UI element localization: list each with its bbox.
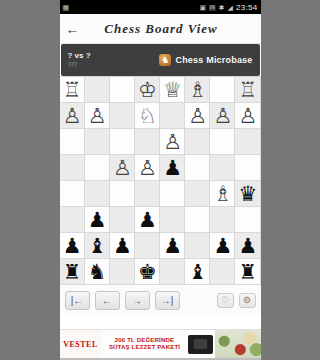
square-d1[interactable]: ♕ [160, 77, 185, 103]
square-b8[interactable] [210, 259, 235, 285]
ad-banner[interactable]: VESTEL 200 TL DEĞERİNDE SÜTAŞ LEZZET PAK… [60, 329, 261, 358]
square-b1[interactable] [210, 77, 235, 103]
piece-wP: ♙ [138, 155, 157, 181]
piece-wB: ♗ [188, 77, 207, 103]
square-f3[interactable] [110, 129, 135, 155]
square-f7[interactable]: ♟ [110, 233, 135, 259]
square-h5[interactable] [60, 181, 85, 207]
piece-wP: ♙ [88, 103, 107, 129]
ad-line1: 200 TL DEĞERİNDE [115, 337, 174, 345]
square-a4[interactable] [235, 155, 260, 181]
favorite-button[interactable]: ♡ [217, 293, 234, 308]
square-c2[interactable]: ♙ [185, 103, 210, 129]
piece-wP: ♙ [188, 103, 207, 129]
chess-board: ♖♔♕♗♖♙♙♘♙♙♙♙♙♙♟♗♛♟♟♟♝♟♟♟♟♜♞♚♝♜ [60, 76, 261, 285]
square-b7[interactable]: ♟ [210, 233, 235, 259]
app-notification-icon: ▣ [199, 4, 206, 11]
square-h2[interactable]: ♙ [60, 103, 85, 129]
heart-icon: ♡ [221, 295, 229, 305]
piece-wP: ♙ [63, 103, 82, 129]
piece-bR: ♜ [63, 259, 82, 285]
piece-bP: ♟ [239, 233, 258, 259]
next-move-button[interactable]: → [125, 291, 150, 310]
chess-microbase-logo-icon: ♞ [159, 54, 171, 66]
clock: 23:54 [236, 3, 258, 12]
square-c7[interactable] [185, 233, 210, 259]
source-label: Chess Microbase [175, 55, 252, 65]
square-e8[interactable]: ♚ [135, 259, 160, 285]
square-a3[interactable] [235, 129, 260, 155]
piece-bK: ♚ [138, 259, 157, 285]
square-g2[interactable]: ♙ [85, 103, 110, 129]
square-a5[interactable]: ♛ [235, 181, 260, 207]
piece-wP: ♙ [163, 129, 182, 155]
square-d4[interactable]: ♟ [160, 155, 185, 181]
gear-icon: ⚙ [243, 295, 251, 305]
piece-bP: ♟ [138, 207, 157, 233]
piece-wK: ♔ [138, 77, 157, 103]
square-e7[interactable] [135, 233, 160, 259]
food-collage-image [215, 330, 261, 358]
piece-bB: ♝ [88, 233, 107, 259]
square-g8[interactable]: ♞ [85, 259, 110, 285]
square-h8[interactable]: ♜ [60, 259, 85, 285]
square-h7[interactable]: ♟ [60, 233, 85, 259]
square-g7[interactable]: ♝ [85, 233, 110, 259]
ad-brand-logo: VESTEL [60, 330, 102, 358]
square-e4[interactable]: ♙ [135, 155, 160, 181]
piece-wR: ♖ [239, 77, 258, 103]
piece-bN: ♞ [88, 259, 107, 285]
prev-move-button[interactable]: ← [95, 291, 120, 310]
piece-bP: ♟ [163, 155, 182, 181]
square-f4[interactable]: ♙ [110, 155, 135, 181]
square-d5[interactable] [160, 181, 185, 207]
sim-icon: ▤ [209, 4, 216, 11]
game-info-bar[interactable]: ? vs ? ?/? ♞ Chess Microbase [61, 44, 260, 76]
square-h3[interactable] [60, 129, 85, 155]
square-a8[interactable]: ♜ [235, 259, 260, 285]
square-g5[interactable] [85, 181, 110, 207]
square-c6[interactable] [185, 207, 210, 233]
players-block: ? vs ? ?/? [68, 51, 91, 68]
square-f8[interactable] [110, 259, 135, 285]
square-a2[interactable]: ♙ [235, 103, 260, 129]
piece-bQ: ♛ [239, 181, 258, 207]
square-b3[interactable] [210, 129, 235, 155]
whitespace [60, 315, 261, 329]
square-c1[interactable]: ♗ [185, 77, 210, 103]
square-g3[interactable] [85, 129, 110, 155]
piece-bP: ♟ [163, 233, 182, 259]
square-f6[interactable] [110, 207, 135, 233]
piece-wB: ♗ [213, 181, 232, 207]
microwave-window [194, 339, 207, 349]
header: ← Chess Board View [60, 14, 261, 44]
last-move-button[interactable]: →| [155, 291, 180, 310]
square-d2[interactable] [160, 103, 185, 129]
ad-line2: SÜTAŞ LEZZET PAKETİ [109, 344, 180, 352]
square-b5[interactable]: ♗ [210, 181, 235, 207]
square-b4[interactable] [210, 155, 235, 181]
notification-icon: ▦ [63, 4, 70, 11]
players-label: ? vs ? [68, 51, 91, 60]
square-e2[interactable]: ♘ [135, 103, 160, 129]
square-d3[interactable]: ♙ [160, 129, 185, 155]
piece-wP: ♙ [113, 155, 132, 181]
piece-wP: ♙ [239, 103, 258, 129]
square-a6[interactable] [235, 207, 260, 233]
status-bar: ▦ ▣ ▤ ✱ ◢ 23:54 [60, 0, 261, 14]
square-h6[interactable] [60, 207, 85, 233]
square-f1[interactable] [110, 77, 135, 103]
piece-bP: ♟ [213, 233, 232, 259]
square-c8[interactable]: ♝ [185, 259, 210, 285]
alert-icon: ✱ [219, 4, 225, 11]
square-a7[interactable]: ♟ [235, 233, 260, 259]
piece-bP: ♟ [63, 233, 82, 259]
piece-bR: ♜ [239, 259, 258, 285]
app-screen: ▦ ▣ ▤ ✱ ◢ 23:54 ← Chess Board View ? vs … [60, 0, 261, 360]
settings-button[interactable]: ⚙ [239, 293, 256, 308]
square-d7[interactable]: ♟ [160, 233, 185, 259]
square-c3[interactable] [185, 129, 210, 155]
move-controls: |← ← → →| ♡ ⚙ [60, 285, 261, 315]
square-g4[interactable] [85, 155, 110, 181]
square-b2[interactable]: ♙ [210, 103, 235, 129]
piece-wN: ♘ [138, 103, 157, 129]
result-label: ?/? [68, 61, 91, 69]
square-d8[interactable] [160, 259, 185, 285]
microwave-image [188, 335, 213, 354]
piece-wQ: ♕ [163, 77, 182, 103]
back-button[interactable]: ← [60, 21, 86, 37]
square-a1[interactable]: ♖ [235, 77, 260, 103]
square-f5[interactable] [110, 181, 135, 207]
square-e3[interactable] [135, 129, 160, 155]
square-c5[interactable] [185, 181, 210, 207]
signal-icon: ◢ [228, 4, 233, 11]
piece-wR: ♖ [63, 77, 82, 103]
piece-bP: ♟ [113, 233, 132, 259]
piece-wP: ♙ [213, 103, 232, 129]
ad-text-block: 200 TL DEĞERİNDE SÜTAŞ LEZZET PAKETİ [102, 330, 188, 358]
piece-bP: ♟ [88, 207, 107, 233]
square-h1[interactable]: ♖ [60, 77, 85, 103]
square-h4[interactable] [60, 155, 85, 181]
square-e1[interactable]: ♔ [135, 77, 160, 103]
first-move-button[interactable]: |← [65, 291, 90, 310]
square-f2[interactable] [110, 103, 135, 129]
square-g1[interactable] [85, 77, 110, 103]
square-g6[interactable]: ♟ [85, 207, 110, 233]
piece-bB: ♝ [188, 259, 207, 285]
square-c4[interactable] [185, 155, 210, 181]
square-b6[interactable] [210, 207, 235, 233]
square-e5[interactable] [135, 181, 160, 207]
square-d6[interactable] [160, 207, 185, 233]
page-title: Chess Board View [86, 21, 261, 37]
square-e6[interactable]: ♟ [135, 207, 160, 233]
back-arrow-icon: ← [66, 21, 80, 37]
